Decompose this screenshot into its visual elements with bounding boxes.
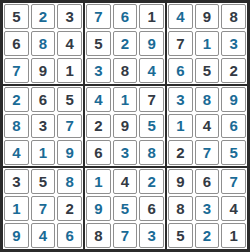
box-divider <box>30 84 57 86</box>
box-divider <box>30 166 57 168</box>
box-divider <box>83 3 85 30</box>
cell-r1c7[interactable]: 4 <box>168 4 193 29</box>
box-divider <box>83 168 85 195</box>
cell-r6c7[interactable]: 2 <box>168 140 193 165</box>
cell-r9c2[interactable]: 4 <box>31 223 56 248</box>
box-divider <box>220 84 247 86</box>
cell-r2c3[interactable]: 4 <box>57 31 82 56</box>
cell-r4c8[interactable]: 8 <box>195 87 220 112</box>
cell-r5c2[interactable]: 3 <box>31 114 56 139</box>
box-divider <box>167 84 194 86</box>
sudoku-board: 5237614986845297137913846522654173898372… <box>0 0 250 252</box>
cell-r4c2[interactable]: 6 <box>31 87 56 112</box>
cell-r3c5[interactable]: 8 <box>113 58 138 83</box>
cell-r1c1[interactable]: 5 <box>4 4 29 29</box>
cell-r8c6[interactable]: 6 <box>139 196 164 221</box>
cell-r8c5[interactable]: 5 <box>113 196 138 221</box>
cell-r6c8[interactable]: 7 <box>195 140 220 165</box>
cell-r8c7[interactable]: 8 <box>168 196 193 221</box>
cell-r7c3[interactable]: 8 <box>57 169 82 194</box>
cell-r6c1[interactable]: 4 <box>4 140 29 165</box>
box-divider <box>165 86 167 113</box>
cell-r4c4[interactable]: 4 <box>86 87 111 112</box>
box-divider <box>112 166 139 168</box>
cell-r8c8[interactable]: 3 <box>195 196 220 221</box>
box-divider <box>56 166 83 168</box>
cell-r3c3[interactable]: 1 <box>57 58 82 83</box>
cell-r9c1[interactable]: 9 <box>4 223 29 248</box>
cell-r9c3[interactable]: 6 <box>57 223 82 248</box>
cell-r6c2[interactable]: 1 <box>31 140 56 165</box>
box-divider <box>3 166 30 168</box>
cell-r5c4[interactable]: 2 <box>86 114 111 139</box>
cell-r5c7[interactable]: 1 <box>168 114 193 139</box>
box-divider <box>165 3 167 30</box>
cell-r1c4[interactable]: 7 <box>86 4 111 29</box>
cell-r1c6[interactable]: 1 <box>139 4 164 29</box>
box-divider <box>165 168 167 195</box>
cell-r2c1[interactable]: 6 <box>4 31 29 56</box>
cell-r7c5[interactable]: 4 <box>113 169 138 194</box>
cell-r3c2[interactable]: 9 <box>31 58 56 83</box>
cell-r2c8[interactable]: 1 <box>195 31 220 56</box>
box-divider <box>3 84 30 86</box>
cell-r5c1[interactable]: 8 <box>4 114 29 139</box>
cell-r2c2[interactable]: 8 <box>31 31 56 56</box>
box-divider <box>165 195 167 222</box>
cell-r1c5[interactable]: 6 <box>113 4 138 29</box>
cell-r8c3[interactable]: 2 <box>57 196 82 221</box>
box-divider <box>138 166 165 168</box>
cell-r8c2[interactable]: 7 <box>31 196 56 221</box>
cell-r9c4[interactable]: 8 <box>86 223 111 248</box>
cell-r4c3[interactable]: 5 <box>57 87 82 112</box>
cell-r3c4[interactable]: 3 <box>86 58 111 83</box>
cell-r6c3[interactable]: 9 <box>57 140 82 165</box>
cell-r1c3[interactable]: 3 <box>57 4 82 29</box>
cell-r9c6[interactable]: 3 <box>139 223 164 248</box>
cell-r8c4[interactable]: 9 <box>86 196 111 221</box>
cell-r2c5[interactable]: 2 <box>113 31 138 56</box>
cell-r7c4[interactable]: 1 <box>86 169 111 194</box>
cell-r1c8[interactable]: 9 <box>195 4 220 29</box>
cell-r2c7[interactable]: 7 <box>168 31 193 56</box>
box-divider <box>167 166 194 168</box>
cell-r9c5[interactable]: 7 <box>113 223 138 248</box>
cell-r5c6[interactable]: 5 <box>139 114 164 139</box>
cell-r5c9[interactable]: 6 <box>221 114 246 139</box>
box-divider <box>83 195 85 222</box>
cell-r5c3[interactable]: 7 <box>57 114 82 139</box>
box-divider <box>83 139 85 166</box>
cell-r6c4[interactable]: 6 <box>86 140 111 165</box>
cell-r2c4[interactable]: 5 <box>86 31 111 56</box>
cell-r6c9[interactable]: 5 <box>221 140 246 165</box>
box-divider <box>165 57 167 84</box>
cell-r9c8[interactable]: 2 <box>195 223 220 248</box>
cell-r9c7[interactable]: 5 <box>168 223 193 248</box>
cell-r3c6[interactable]: 4 <box>139 58 164 83</box>
box-divider <box>165 30 167 57</box>
cell-r4c6[interactable]: 7 <box>139 87 164 112</box>
box-divider <box>194 84 221 86</box>
cell-r7c9[interactable]: 7 <box>221 169 246 194</box>
box-divider <box>112 84 139 86</box>
cell-r1c9[interactable]: 8 <box>221 4 246 29</box>
cell-r3c7[interactable]: 6 <box>168 58 193 83</box>
cell-r8c1[interactable]: 1 <box>4 196 29 221</box>
box-divider <box>165 113 167 140</box>
box-divider <box>83 86 85 113</box>
box-divider <box>220 166 247 168</box>
cell-r5c5[interactable]: 9 <box>113 114 138 139</box>
box-divider <box>83 222 85 249</box>
cell-r6c5[interactable]: 3 <box>113 140 138 165</box>
cell-r2c6[interactable]: 9 <box>139 31 164 56</box>
box-divider <box>85 166 112 168</box>
cell-r4c9[interactable]: 9 <box>221 87 246 112</box>
cell-r2c9[interactable]: 3 <box>221 31 246 56</box>
cell-r4c1[interactable]: 2 <box>4 87 29 112</box>
cell-r9c9[interactable]: 1 <box>221 223 246 248</box>
cell-r4c7[interactable]: 3 <box>168 87 193 112</box>
cell-r5c8[interactable]: 4 <box>195 114 220 139</box>
box-divider <box>194 166 221 168</box>
cell-r7c8[interactable]: 6 <box>195 169 220 194</box>
cell-r6c6[interactable]: 8 <box>139 140 164 165</box>
box-divider <box>165 222 167 249</box>
box-divider <box>56 84 83 86</box>
box-divider <box>85 84 112 86</box>
box-divider <box>138 84 165 86</box>
cell-r7c1[interactable]: 3 <box>4 169 29 194</box>
cell-r3c8[interactable]: 5 <box>195 58 220 83</box>
cell-r7c6[interactable]: 2 <box>139 169 164 194</box>
cell-r4c5[interactable]: 1 <box>113 87 138 112</box>
cell-r7c7[interactable]: 9 <box>168 169 193 194</box>
box-divider <box>165 139 167 166</box>
box-divider <box>83 57 85 84</box>
box-divider <box>83 113 85 140</box>
cell-r3c1[interactable]: 7 <box>4 58 29 83</box>
cell-r8c9[interactable]: 4 <box>221 196 246 221</box>
cell-r1c2[interactable]: 2 <box>31 4 56 29</box>
cell-r3c9[interactable]: 2 <box>221 58 246 83</box>
box-divider <box>83 30 85 57</box>
cell-r7c2[interactable]: 5 <box>31 169 56 194</box>
